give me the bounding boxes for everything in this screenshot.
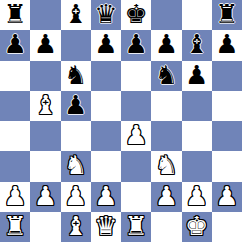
square-a1[interactable]: ♜	[0, 212, 30, 242]
square-b1[interactable]	[30, 212, 60, 242]
square-d8[interactable]: ♛	[91, 0, 121, 30]
square-e7[interactable]: ♟	[121, 30, 151, 60]
square-g6[interactable]: ♟	[182, 61, 212, 91]
square-g4[interactable]	[182, 121, 212, 151]
piece-white-rook[interactable]: ♜	[124, 213, 147, 239]
square-f6[interactable]: ♞	[151, 61, 181, 91]
square-c6[interactable]: ♞	[61, 61, 91, 91]
square-f7[interactable]: ♟	[151, 30, 181, 60]
square-f5[interactable]	[151, 91, 181, 121]
square-h5[interactable]	[212, 91, 242, 121]
piece-black-pawn[interactable]: ♟	[215, 31, 238, 57]
square-f8[interactable]	[151, 0, 181, 30]
square-c4[interactable]	[61, 121, 91, 151]
piece-white-pawn[interactable]: ♟	[155, 183, 178, 209]
piece-black-pawn[interactable]: ♟	[64, 92, 87, 118]
square-b3[interactable]	[30, 151, 60, 181]
square-a6[interactable]	[0, 61, 30, 91]
square-c7[interactable]	[61, 30, 91, 60]
piece-white-knight[interactable]: ♞	[155, 152, 178, 178]
square-h8[interactable]: ♜	[212, 0, 242, 30]
square-h1[interactable]	[212, 212, 242, 242]
square-f2[interactable]: ♟	[151, 182, 181, 212]
square-b6[interactable]	[30, 61, 60, 91]
piece-white-knight[interactable]: ♞	[64, 152, 87, 178]
square-a8[interactable]: ♜	[0, 0, 30, 30]
square-h2[interactable]: ♟	[212, 182, 242, 212]
piece-white-pawn[interactable]: ♟	[94, 183, 117, 209]
square-e6[interactable]	[121, 61, 151, 91]
square-a3[interactable]	[0, 151, 30, 181]
piece-black-pawn[interactable]: ♟	[185, 62, 208, 88]
square-d5[interactable]	[91, 91, 121, 121]
piece-white-pawn[interactable]: ♟	[34, 183, 57, 209]
square-c5[interactable]: ♟	[61, 91, 91, 121]
piece-black-rook[interactable]: ♜	[215, 1, 238, 27]
square-b2[interactable]: ♟	[30, 182, 60, 212]
square-d4[interactable]	[91, 121, 121, 151]
piece-white-bishop[interactable]: ♝	[34, 92, 57, 118]
piece-white-pawn[interactable]: ♟	[124, 122, 147, 148]
square-g7[interactable]: ♝	[182, 30, 212, 60]
square-g5[interactable]	[182, 91, 212, 121]
square-g1[interactable]: ♚	[182, 212, 212, 242]
piece-black-king[interactable]: ♚	[124, 1, 147, 27]
piece-black-bishop[interactable]: ♝	[185, 31, 208, 57]
piece-black-pawn[interactable]: ♟	[34, 31, 57, 57]
piece-white-rook[interactable]: ♜	[3, 213, 26, 239]
square-e4[interactable]: ♟	[121, 121, 151, 151]
square-g8[interactable]	[182, 0, 212, 30]
square-c1[interactable]: ♝	[61, 212, 91, 242]
square-a4[interactable]	[0, 121, 30, 151]
square-d7[interactable]: ♟	[91, 30, 121, 60]
square-e5[interactable]	[121, 91, 151, 121]
square-g3[interactable]	[182, 151, 212, 181]
piece-black-knight[interactable]: ♞	[64, 62, 87, 88]
square-b7[interactable]: ♟	[30, 30, 60, 60]
square-d2[interactable]: ♟	[91, 182, 121, 212]
square-g2[interactable]: ♟	[182, 182, 212, 212]
square-h6[interactable]	[212, 61, 242, 91]
square-c3[interactable]: ♞	[61, 151, 91, 181]
piece-black-pawn[interactable]: ♟	[94, 31, 117, 57]
piece-white-queen[interactable]: ♛	[94, 213, 117, 239]
piece-white-pawn[interactable]: ♟	[3, 183, 26, 209]
square-e1[interactable]: ♜	[121, 212, 151, 242]
piece-black-pawn[interactable]: ♟	[124, 31, 147, 57]
square-h7[interactable]: ♟	[212, 30, 242, 60]
square-e3[interactable]	[121, 151, 151, 181]
square-b4[interactable]	[30, 121, 60, 151]
piece-black-bishop[interactable]: ♝	[64, 1, 87, 27]
square-a5[interactable]	[0, 91, 30, 121]
square-c8[interactable]: ♝	[61, 0, 91, 30]
square-b8[interactable]	[30, 0, 60, 30]
square-f1[interactable]	[151, 212, 181, 242]
square-f4[interactable]	[151, 121, 181, 151]
square-h4[interactable]	[212, 121, 242, 151]
square-d1[interactable]: ♛	[91, 212, 121, 242]
square-d3[interactable]	[91, 151, 121, 181]
piece-black-pawn[interactable]: ♟	[3, 31, 26, 57]
piece-white-king[interactable]: ♚	[185, 213, 208, 239]
piece-white-pawn[interactable]: ♟	[64, 183, 87, 209]
piece-black-rook[interactable]: ♜	[3, 1, 26, 27]
piece-white-bishop[interactable]: ♝	[64, 213, 87, 239]
square-d6[interactable]	[91, 61, 121, 91]
square-h3[interactable]	[212, 151, 242, 181]
piece-black-knight[interactable]: ♞	[155, 62, 178, 88]
square-e2[interactable]	[121, 182, 151, 212]
square-a2[interactable]: ♟	[0, 182, 30, 212]
chess-board: ♜♝♛♚♜♟♟♟♟♟♝♟♞♞♟♝♟♟♞♞♟♟♟♟♟♟♟♜♝♛♜♚	[0, 0, 242, 242]
piece-white-pawn[interactable]: ♟	[215, 183, 238, 209]
piece-black-pawn[interactable]: ♟	[155, 31, 178, 57]
square-e8[interactable]: ♚	[121, 0, 151, 30]
square-b5[interactable]: ♝	[30, 91, 60, 121]
square-c2[interactable]: ♟	[61, 182, 91, 212]
square-f3[interactable]: ♞	[151, 151, 181, 181]
piece-black-queen[interactable]: ♛	[94, 1, 117, 27]
piece-white-pawn[interactable]: ♟	[185, 183, 208, 209]
square-a7[interactable]: ♟	[0, 30, 30, 60]
